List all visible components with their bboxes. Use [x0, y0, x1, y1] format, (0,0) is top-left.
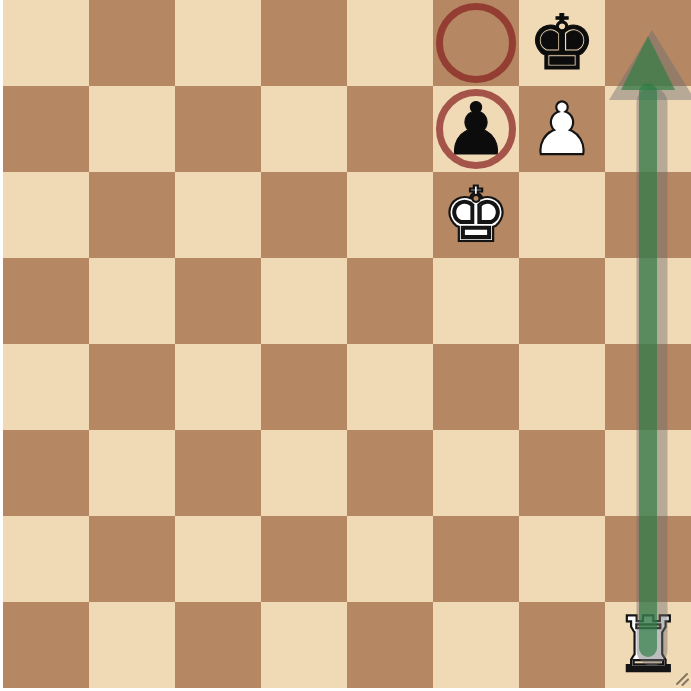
square-f1[interactable] — [433, 602, 519, 688]
square-e5[interactable] — [347, 258, 433, 344]
square-g2[interactable] — [519, 516, 605, 602]
square-a5[interactable] — [3, 258, 89, 344]
square-e1[interactable] — [347, 602, 433, 688]
square-d1[interactable] — [261, 602, 347, 688]
board-resize-handle[interactable] — [673, 670, 689, 686]
square-h7[interactable] — [605, 86, 691, 172]
square-d5[interactable] — [261, 258, 347, 344]
square-c1[interactable] — [175, 602, 261, 688]
square-f8[interactable] — [433, 0, 519, 86]
square-g3[interactable] — [519, 430, 605, 516]
square-b7[interactable] — [89, 86, 175, 172]
square-h5[interactable] — [605, 258, 691, 344]
square-e3[interactable] — [347, 430, 433, 516]
black-pawn[interactable]: ♟ — [433, 86, 519, 172]
square-g6[interactable] — [519, 172, 605, 258]
square-d3[interactable] — [261, 430, 347, 516]
square-e2[interactable] — [347, 516, 433, 602]
square-b5[interactable] — [89, 258, 175, 344]
square-c2[interactable] — [175, 516, 261, 602]
square-f2[interactable] — [433, 516, 519, 602]
square-f4[interactable] — [433, 344, 519, 430]
square-a1[interactable] — [3, 602, 89, 688]
black-king[interactable]: ♚ — [519, 0, 605, 86]
square-h8[interactable] — [605, 0, 691, 86]
square-c4[interactable] — [175, 344, 261, 430]
square-d4[interactable] — [261, 344, 347, 430]
square-a2[interactable] — [3, 516, 89, 602]
square-e8[interactable] — [347, 0, 433, 86]
square-f5[interactable] — [433, 258, 519, 344]
square-g5[interactable] — [519, 258, 605, 344]
square-h2[interactable] — [605, 516, 691, 602]
square-c5[interactable] — [175, 258, 261, 344]
square-b2[interactable] — [89, 516, 175, 602]
square-h4[interactable] — [605, 344, 691, 430]
square-a8[interactable] — [3, 0, 89, 86]
square-e6[interactable] — [347, 172, 433, 258]
white-king[interactable]: ♚ — [433, 172, 519, 258]
square-a6[interactable] — [3, 172, 89, 258]
square-d6[interactable] — [261, 172, 347, 258]
square-g1[interactable] — [519, 602, 605, 688]
square-a3[interactable] — [3, 430, 89, 516]
square-b6[interactable] — [89, 172, 175, 258]
page: ♚♟♟♚♜ — [0, 0, 691, 691]
square-a4[interactable] — [3, 344, 89, 430]
square-c6[interactable] — [175, 172, 261, 258]
square-g4[interactable] — [519, 344, 605, 430]
square-h3[interactable] — [605, 430, 691, 516]
white-pawn[interactable]: ♟ — [519, 86, 605, 172]
square-b1[interactable] — [89, 602, 175, 688]
square-c8[interactable] — [175, 0, 261, 86]
square-c7[interactable] — [175, 86, 261, 172]
square-b4[interactable] — [89, 344, 175, 430]
square-f3[interactable] — [433, 430, 519, 516]
square-e4[interactable] — [347, 344, 433, 430]
chess-board: ♚♟♟♚♜ — [3, 0, 691, 688]
square-b3[interactable] — [89, 430, 175, 516]
square-h6[interactable] — [605, 172, 691, 258]
square-e7[interactable] — [347, 86, 433, 172]
square-a7[interactable] — [3, 86, 89, 172]
square-b8[interactable] — [89, 0, 175, 86]
square-d2[interactable] — [261, 516, 347, 602]
square-c3[interactable] — [175, 430, 261, 516]
square-d7[interactable] — [261, 86, 347, 172]
square-d8[interactable] — [261, 0, 347, 86]
